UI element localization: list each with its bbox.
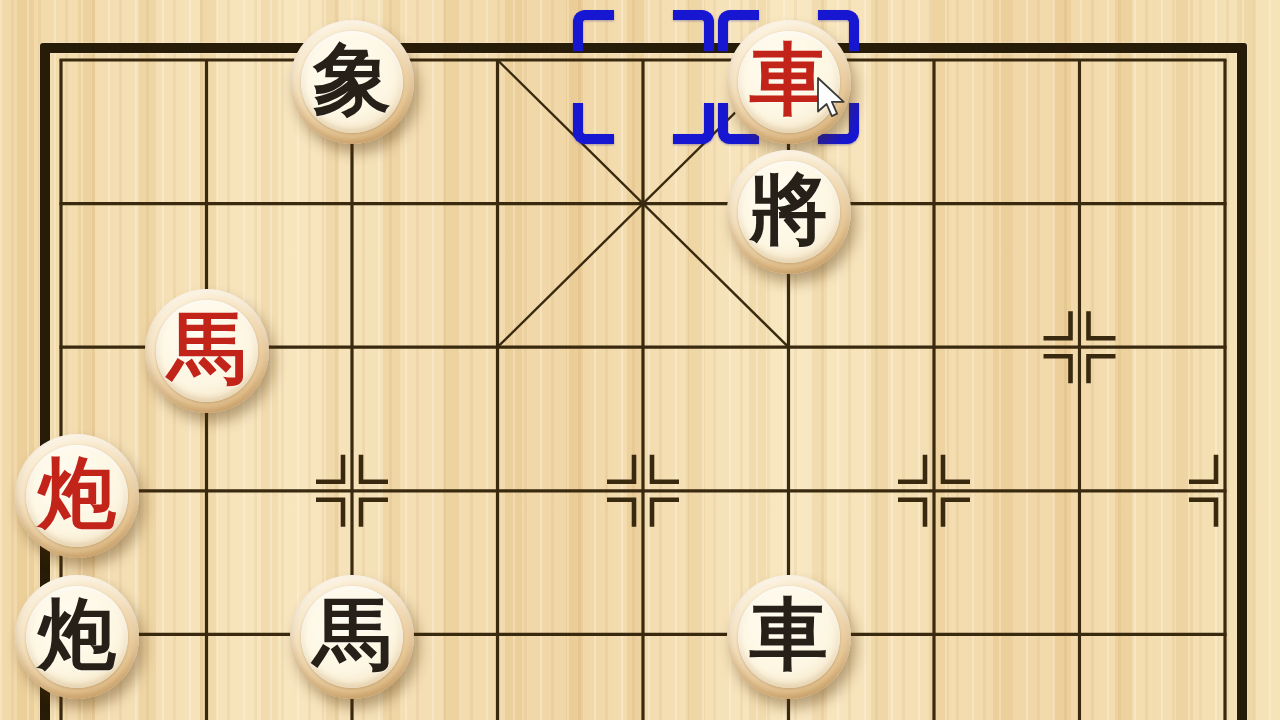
black-chariot-glyph: 車 bbox=[750, 596, 828, 674]
red-cannon-glyph: 炮 bbox=[38, 455, 116, 533]
black-cannon-glyph: 炮 bbox=[38, 596, 116, 674]
red-horse[interactable]: 馬 bbox=[145, 289, 269, 413]
black-general[interactable]: 將 bbox=[727, 150, 851, 274]
black-horse-glyph: 馬 bbox=[313, 596, 391, 674]
piece-face: 炮 bbox=[26, 445, 128, 547]
piece-face: 馬 bbox=[156, 300, 258, 402]
black-horse[interactable]: 馬 bbox=[290, 575, 414, 699]
red-chariot-glyph: 車 bbox=[750, 41, 828, 119]
piece-face: 將 bbox=[738, 161, 840, 263]
mouse-cursor-icon bbox=[817, 77, 845, 119]
piece-face: 象 bbox=[301, 31, 403, 133]
piece-face: 炮 bbox=[26, 586, 128, 688]
black-chariot[interactable]: 車 bbox=[727, 575, 851, 699]
move-highlight-square[interactable] bbox=[573, 10, 714, 144]
red-horse-glyph: 馬 bbox=[168, 310, 246, 388]
piece-face: 車 bbox=[738, 586, 840, 688]
black-elephant[interactable]: 象 bbox=[290, 20, 414, 144]
red-cannon[interactable]: 炮 bbox=[15, 434, 139, 558]
piece-face: 馬 bbox=[301, 586, 403, 688]
black-cannon[interactable]: 炮 bbox=[15, 575, 139, 699]
black-general-glyph: 將 bbox=[750, 171, 828, 249]
black-elephant-glyph: 象 bbox=[313, 41, 391, 119]
xiangqi-board: 象車將馬炮炮馬車 bbox=[0, 0, 1280, 720]
